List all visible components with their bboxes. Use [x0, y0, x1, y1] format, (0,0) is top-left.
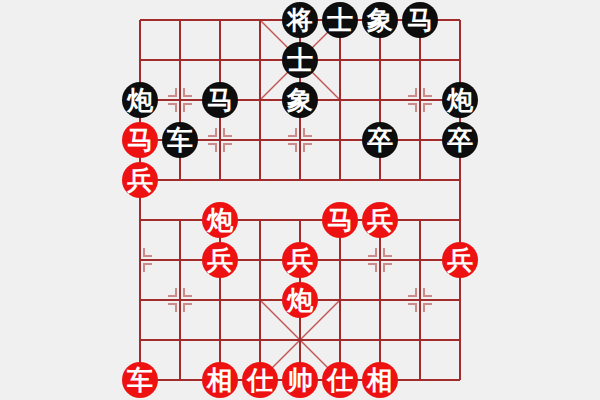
piece-red-advisor[interactable]: 仕: [322, 362, 358, 398]
xiangqi-board: 将士象马士炮马象炮马车卒卒兵炮马兵兵兵兵炮车相仕帅仕相: [120, 0, 480, 400]
piece-black-elephant[interactable]: 象: [362, 2, 398, 38]
piece-red-horse[interactable]: 马: [322, 202, 358, 238]
piece-black-cannon[interactable]: 炮: [122, 82, 158, 118]
piece-black-pawn[interactable]: 卒: [362, 122, 398, 158]
piece-red-advisor[interactable]: 仕: [242, 362, 278, 398]
piece-red-elephant[interactable]: 相: [362, 362, 398, 398]
piece-red-pawn[interactable]: 兵: [202, 242, 238, 278]
piece-red-pawn[interactable]: 兵: [122, 162, 158, 198]
piece-red-pawn[interactable]: 兵: [282, 242, 318, 278]
piece-black-pawn[interactable]: 卒: [442, 122, 478, 158]
piece-black-general[interactable]: 将: [282, 2, 318, 38]
piece-red-cannon[interactable]: 炮: [282, 282, 318, 318]
piece-red-general[interactable]: 帅: [282, 362, 318, 398]
piece-red-cannon[interactable]: 炮: [202, 202, 238, 238]
xiangqi-screenshot: 将士象马士炮马象炮马车卒卒兵炮马兵兵兵兵炮车相仕帅仕相: [0, 0, 600, 400]
piece-red-chariot[interactable]: 车: [122, 362, 158, 398]
piece-black-elephant[interactable]: 象: [282, 82, 318, 118]
piece-black-advisor[interactable]: 士: [322, 2, 358, 38]
piece-black-horse[interactable]: 马: [202, 82, 238, 118]
piece-black-horse[interactable]: 马: [402, 2, 438, 38]
piece-red-horse[interactable]: 马: [122, 122, 158, 158]
piece-red-pawn[interactable]: 兵: [442, 242, 478, 278]
piece-black-cannon[interactable]: 炮: [442, 82, 478, 118]
piece-red-pawn[interactable]: 兵: [362, 202, 398, 238]
piece-black-advisor[interactable]: 士: [282, 42, 318, 78]
piece-black-chariot[interactable]: 车: [162, 122, 198, 158]
piece-red-elephant[interactable]: 相: [202, 362, 238, 398]
